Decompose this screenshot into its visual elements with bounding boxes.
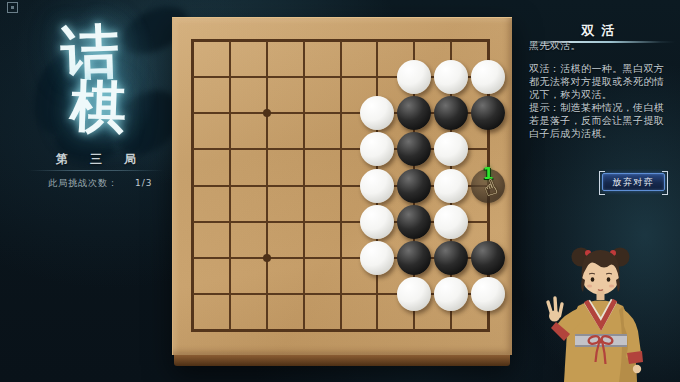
star-point [263,109,271,117]
seal-icon[interactable] [7,2,18,13]
go-board[interactable]: 1☝ [172,17,512,366]
white-stone [471,277,505,311]
puzzle-definition-text: 双活：活棋的一种。黑白双方都无法将对方提取或杀死的情况下，称为双活。 [529,62,667,101]
attempts-value: 1/3 [135,178,152,188]
cursor-hand-icon: ☝ [480,174,501,201]
hint-ghost-stone[interactable]: 1☝ [471,169,505,203]
white-stone [434,169,468,203]
attempts-counter: 此局挑战次数：1/3 [48,177,168,190]
white-stone [434,277,468,311]
black-stone [434,241,468,275]
white-stone [360,241,394,275]
white-stone [360,205,394,239]
white-stone [434,205,468,239]
black-stone [397,205,431,239]
puzzle-description: 黑先双活。 双活：活棋的一种。黑白双方都无法将对方提取或杀死的情况下，称为双活。… [529,39,667,140]
board-grid[interactable]: 1☝ [193,41,488,330]
puzzle-hint-text: 提示：制造某种情况，使白棋若是落子，反而会让黑子提取白子后成为活棋。 [529,101,667,140]
puzzle-title: 双活 [530,22,666,40]
white-stone [360,169,394,203]
white-stone [397,277,431,311]
board-side-bevel [174,355,510,366]
black-stone [397,169,431,203]
puzzle-goal-text: 黑先双活。 [529,39,667,52]
stage-label: 第 三 局 [30,151,162,168]
npc-character [545,230,680,382]
white-stone [434,60,468,94]
black-stone [397,241,431,275]
stage-divider [28,170,164,171]
white-stone [471,60,505,94]
black-stone [471,96,505,130]
give-up-button[interactable]: 放弃对弈 [602,173,665,191]
calligraphy-char-qi: 棋 [63,69,134,147]
attempts-label: 此局挑战次数： [48,178,118,188]
star-point [263,254,271,262]
black-stone [471,241,505,275]
